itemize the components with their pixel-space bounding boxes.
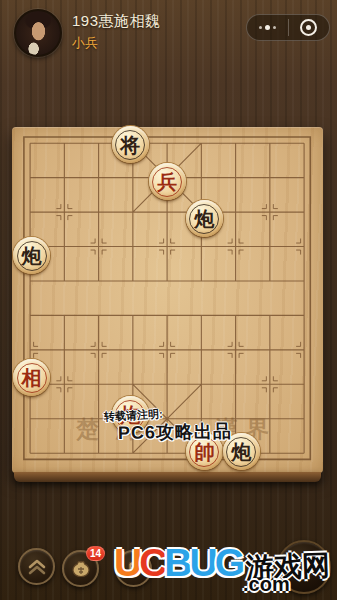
money-bag-icon	[70, 558, 92, 580]
game-menu-button[interactable]	[277, 540, 331, 594]
board-bevel	[14, 472, 321, 482]
piece-char: 将	[120, 134, 140, 154]
more-icon	[273, 26, 276, 29]
brand-letter: B	[164, 541, 189, 584]
piece-red-cannon[interactable]: 炮	[112, 396, 149, 433]
rank-label: 小兵	[72, 34, 98, 52]
piece-char: 炮	[231, 441, 251, 461]
double-chevron-up-icon	[26, 558, 48, 576]
brand-letter: G	[215, 541, 242, 584]
piece-red-soldier[interactable]: 兵	[149, 163, 186, 200]
exit-icon	[300, 19, 317, 36]
xiangqi-board[interactable]: 楚河 漢界 转载请注明: PC6攻略出品 将兵炮炮相炮帥炮	[12, 127, 323, 473]
more-menu-button[interactable]	[247, 15, 288, 40]
piece-red-elephant[interactable]: 相	[13, 359, 50, 396]
piece-black-cannon[interactable]: 炮	[13, 237, 50, 274]
piece-char: 相	[22, 367, 42, 387]
level-title: 193惠施相魏	[72, 12, 161, 31]
piece-char: 炮	[22, 245, 42, 265]
player-avatar	[14, 9, 62, 57]
hint-item-button[interactable]	[115, 550, 152, 587]
piece-char: 兵	[157, 171, 177, 191]
piece-char: 帥	[194, 441, 214, 461]
collapse-toolbar-button[interactable]	[18, 548, 55, 585]
more-icon	[259, 26, 262, 29]
pieces-grid: 将兵炮炮相炮帥炮	[13, 126, 321, 470]
scroll-icon	[124, 559, 144, 579]
rewards-badge: 14	[86, 546, 105, 561]
piece-black-general[interactable]: 将	[112, 126, 149, 163]
more-icon	[265, 25, 270, 30]
exit-button[interactable]	[289, 15, 330, 40]
piece-char: 炮	[194, 208, 214, 228]
brand-letter: U	[190, 541, 215, 584]
piece-black-cannon[interactable]: 炮	[223, 433, 260, 470]
piece-black-cannon[interactable]: 炮	[186, 200, 223, 237]
miniprogram-capsule	[246, 14, 330, 41]
piece-char: 炮	[120, 404, 140, 424]
header: 193惠施相魏 小兵	[0, 0, 337, 64]
piece-red-general[interactable]: 帥	[186, 433, 223, 470]
